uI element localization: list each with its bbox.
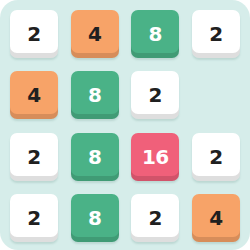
tile-16: 16 bbox=[131, 133, 179, 181]
tile-8: 8 bbox=[131, 10, 179, 58]
tile-2: 2 bbox=[192, 133, 240, 181]
game-board-2048[interactable]: 2482482281622824 bbox=[0, 0, 250, 250]
tile-8: 8 bbox=[71, 133, 119, 181]
tile-2: 2 bbox=[10, 133, 58, 181]
tile-4: 4 bbox=[192, 194, 240, 242]
tile-8: 8 bbox=[71, 194, 119, 242]
tile-8: 8 bbox=[71, 71, 119, 119]
tile-2: 2 bbox=[131, 71, 179, 119]
tile-2: 2 bbox=[192, 10, 240, 58]
tile-2: 2 bbox=[131, 194, 179, 242]
tile-4: 4 bbox=[71, 10, 119, 58]
tile-2: 2 bbox=[10, 194, 58, 242]
tile-4: 4 bbox=[10, 71, 58, 119]
tile-2: 2 bbox=[10, 10, 58, 58]
